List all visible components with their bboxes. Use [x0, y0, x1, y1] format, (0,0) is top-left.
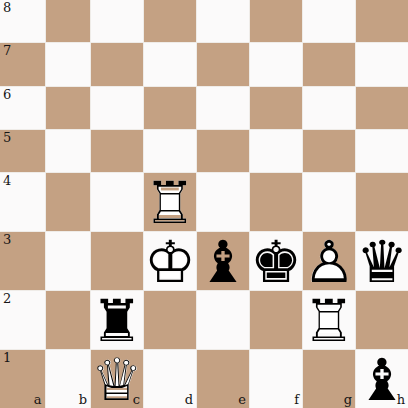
piece-white-pawn[interactable]: ♟♙	[303, 233, 355, 291]
file-label-f: f	[294, 392, 299, 408]
file-label-g: g	[344, 392, 352, 408]
square-b5[interactable]	[46, 130, 91, 172]
piece-white-king[interactable]: ♚♔	[144, 233, 196, 291]
piece-black-king[interactable]: ♚	[250, 233, 302, 291]
square-b3[interactable]	[46, 232, 91, 290]
square-a7[interactable]: 7	[0, 43, 45, 85]
square-e2[interactable]	[197, 291, 249, 349]
square-g8[interactable]	[303, 0, 355, 42]
rank-label-5: 5	[3, 131, 11, 145]
square-d3[interactable]: ♚♔	[144, 232, 196, 290]
square-c5[interactable]	[91, 130, 143, 172]
square-a6[interactable]: 6	[0, 87, 45, 129]
square-c2[interactable]: ♜	[91, 291, 143, 349]
white-rook-outline: ♖	[303, 287, 355, 355]
square-c1[interactable]: ♛♕c	[91, 350, 143, 408]
square-f2[interactable]	[250, 291, 302, 349]
square-b8[interactable]	[46, 0, 91, 42]
square-b7[interactable]	[46, 43, 91, 85]
square-d2[interactable]	[144, 291, 196, 349]
square-f3[interactable]: ♚	[250, 232, 302, 290]
piece-white-rook[interactable]: ♜♖	[303, 292, 355, 350]
square-a2[interactable]: 2	[0, 291, 45, 349]
white-pawn-outline: ♙	[303, 228, 355, 296]
square-b2[interactable]	[46, 291, 91, 349]
file-label-h: h	[397, 392, 405, 408]
square-f4[interactable]	[250, 173, 302, 231]
square-a5[interactable]: 5	[0, 130, 45, 172]
file-label-a: a	[34, 392, 42, 408]
piece-white-rook[interactable]: ♜♖	[144, 174, 196, 232]
square-b6[interactable]	[46, 87, 91, 129]
chess-board: 87654♜♖3♚♔♝♚♟♙♛2♜♜♖1ab♛♕cdefg♝h	[0, 0, 408, 408]
square-c3[interactable]	[91, 232, 143, 290]
square-e5[interactable]	[197, 130, 249, 172]
square-b1[interactable]: b	[46, 350, 91, 408]
square-a4[interactable]: 4	[0, 173, 45, 231]
piece-black-rook[interactable]: ♜	[91, 292, 143, 350]
square-h3[interactable]: ♛	[356, 232, 408, 290]
square-b4[interactable]	[46, 173, 91, 231]
square-g6[interactable]	[303, 87, 355, 129]
square-g3[interactable]: ♟♙	[303, 232, 355, 290]
rank-label-6: 6	[3, 88, 11, 102]
square-h5[interactable]	[356, 130, 408, 172]
piece-black-queen[interactable]: ♛	[356, 233, 408, 291]
square-d8[interactable]	[144, 0, 196, 42]
file-label-d: d	[185, 392, 193, 408]
square-d7[interactable]	[144, 43, 196, 85]
rank-label-8: 8	[3, 1, 11, 15]
square-e4[interactable]	[197, 173, 249, 231]
square-f1[interactable]: f	[250, 350, 302, 408]
white-rook-outline: ♖	[144, 169, 196, 237]
square-h7[interactable]	[356, 43, 408, 85]
file-label-e: e	[238, 392, 246, 408]
square-h8[interactable]	[356, 0, 408, 42]
file-label-c: c	[133, 392, 140, 408]
rank-label-1: 1	[3, 351, 11, 365]
square-d4[interactable]: ♜♖	[144, 173, 196, 231]
square-g2[interactable]: ♜♖	[303, 291, 355, 349]
rank-label-4: 4	[3, 174, 11, 188]
file-label-b: b	[79, 392, 87, 408]
square-h1[interactable]: ♝h	[356, 350, 408, 408]
piece-black-bishop[interactable]: ♝	[197, 233, 249, 291]
square-g5[interactable]	[303, 130, 355, 172]
square-d5[interactable]	[144, 130, 196, 172]
white-king-outline: ♔	[144, 228, 196, 296]
square-c4[interactable]	[91, 173, 143, 231]
square-e7[interactable]	[197, 43, 249, 85]
square-g1[interactable]: g	[303, 350, 355, 408]
square-f7[interactable]	[250, 43, 302, 85]
square-f5[interactable]	[250, 130, 302, 172]
square-a3[interactable]: 3	[0, 232, 45, 290]
square-e8[interactable]	[197, 0, 249, 42]
square-c8[interactable]	[91, 0, 143, 42]
square-c7[interactable]	[91, 43, 143, 85]
square-e1[interactable]: e	[197, 350, 249, 408]
square-a1[interactable]: 1a	[0, 350, 45, 408]
square-e3[interactable]: ♝	[197, 232, 249, 290]
square-h6[interactable]	[356, 87, 408, 129]
rank-label-2: 2	[3, 292, 11, 306]
square-e6[interactable]	[197, 87, 249, 129]
square-c6[interactable]	[91, 87, 143, 129]
rank-label-7: 7	[3, 44, 11, 58]
square-f8[interactable]	[250, 0, 302, 42]
rank-label-3: 3	[3, 233, 11, 247]
square-a8[interactable]: 8	[0, 0, 45, 42]
square-g4[interactable]	[303, 173, 355, 231]
square-d1[interactable]: d	[144, 350, 196, 408]
square-h4[interactable]	[356, 173, 408, 231]
square-g7[interactable]	[303, 43, 355, 85]
square-d6[interactable]	[144, 87, 196, 129]
square-h2[interactable]	[356, 291, 408, 349]
square-f6[interactable]	[250, 87, 302, 129]
